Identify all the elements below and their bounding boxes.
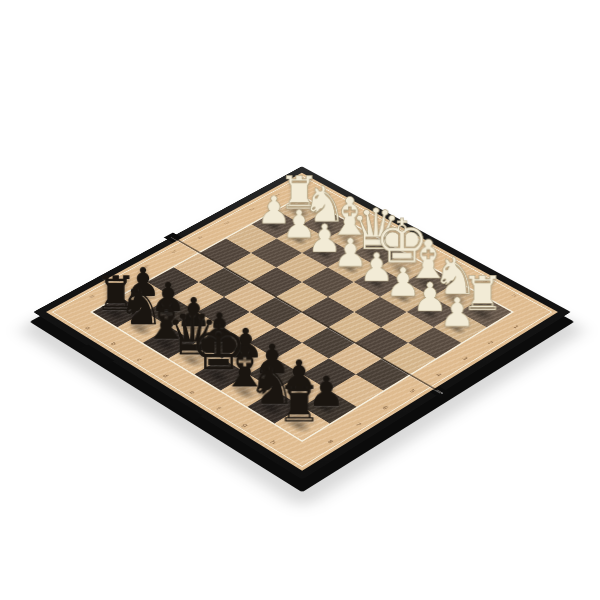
perspective-stage: abcdefgh 12345678 abcdefgh 12345678 ♜♞♝♛… xyxy=(0,0,600,600)
coordinate-label: 3 xyxy=(222,221,230,225)
coordinate-label: 2 xyxy=(248,207,256,211)
product-photo-scene: abcdefgh 12345678 abcdefgh 12345678 ♜♞♝♛… xyxy=(0,0,600,600)
chess-board: abcdefgh 12345678 abcdefgh 12345678 ♜♞♝♛… xyxy=(33,166,570,479)
board-frame: abcdefgh 12345678 abcdefgh 12345678 ♜♞♝♛… xyxy=(33,166,570,479)
coordinate-label: 6 xyxy=(381,405,389,410)
board-wood-border: abcdefgh 12345678 abcdefgh 12345678 ♜♞♝♛… xyxy=(46,173,558,471)
coordinate-label: f xyxy=(214,407,221,411)
coordinate-label: 4 xyxy=(196,236,204,240)
coordinate-label: h xyxy=(510,294,518,299)
coordinate-label: 5 xyxy=(169,250,177,254)
piece-glyph: ♜ xyxy=(276,378,321,428)
coordinate-label: 3 xyxy=(460,357,468,362)
piece-glyph: ♟ xyxy=(439,292,475,332)
coordinate-label: h xyxy=(268,440,277,445)
